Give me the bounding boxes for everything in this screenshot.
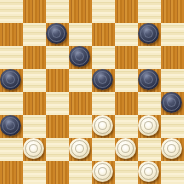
square-10[interactable]	[69, 46, 92, 69]
light-square-r2c8	[161, 23, 184, 46]
light-square-r5c1	[0, 92, 23, 115]
light-square-r8c8	[161, 161, 184, 184]
white-man[interactable]	[23, 138, 44, 159]
light-square-r1c3	[46, 0, 69, 23]
square-7[interactable]	[92, 23, 115, 46]
square-26[interactable]	[69, 138, 92, 161]
light-square-r1c7	[138, 0, 161, 23]
square-1[interactable]	[23, 0, 46, 23]
white-man[interactable]	[92, 115, 113, 136]
light-square-r8c6	[115, 161, 138, 184]
white-man[interactable]	[115, 138, 136, 159]
black-man[interactable]	[92, 69, 113, 90]
black-man[interactable]	[0, 69, 21, 90]
white-man[interactable]	[69, 138, 90, 159]
light-square-r2c6	[115, 23, 138, 46]
light-square-r6c6	[115, 115, 138, 138]
light-square-r4c2	[23, 69, 46, 92]
square-17[interactable]	[23, 92, 46, 115]
black-man[interactable]	[46, 23, 67, 44]
square-22[interactable]	[46, 115, 69, 138]
square-20[interactable]	[161, 92, 184, 115]
square-24[interactable]	[138, 115, 161, 138]
square-27[interactable]	[115, 138, 138, 161]
light-square-r2c2	[23, 23, 46, 46]
square-14[interactable]	[46, 69, 69, 92]
black-man[interactable]	[0, 115, 21, 136]
light-square-r3c1	[0, 46, 23, 69]
light-square-r3c7	[138, 46, 161, 69]
light-square-r7c5	[92, 138, 115, 161]
square-3[interactable]	[115, 0, 138, 23]
light-square-r3c5	[92, 46, 115, 69]
square-13[interactable]	[0, 69, 23, 92]
light-square-r4c4	[69, 69, 92, 92]
square-5[interactable]	[0, 23, 23, 46]
light-square-r8c4	[69, 161, 92, 184]
square-19[interactable]	[115, 92, 138, 115]
light-square-r3c3	[46, 46, 69, 69]
light-square-r4c6	[115, 69, 138, 92]
light-square-r5c7	[138, 92, 161, 115]
square-28[interactable]	[161, 138, 184, 161]
square-6[interactable]	[46, 23, 69, 46]
light-square-r6c2	[23, 115, 46, 138]
light-square-r4c8	[161, 69, 184, 92]
square-18[interactable]	[69, 92, 92, 115]
square-30[interactable]	[46, 161, 69, 184]
white-man[interactable]	[138, 161, 159, 182]
light-square-r7c3	[46, 138, 69, 161]
black-man[interactable]	[138, 69, 159, 90]
square-8[interactable]	[138, 23, 161, 46]
checkers-board	[0, 0, 184, 184]
square-15[interactable]	[92, 69, 115, 92]
light-square-r5c5	[92, 92, 115, 115]
light-square-r1c5	[92, 0, 115, 23]
square-29[interactable]	[0, 161, 23, 184]
checkers-board-window	[0, 0, 184, 184]
square-9[interactable]	[23, 46, 46, 69]
square-31[interactable]	[92, 161, 115, 184]
square-32[interactable]	[138, 161, 161, 184]
white-man[interactable]	[138, 115, 159, 136]
light-square-r6c4	[69, 115, 92, 138]
square-25[interactable]	[23, 138, 46, 161]
square-4[interactable]	[161, 0, 184, 23]
black-man[interactable]	[161, 92, 182, 113]
white-man[interactable]	[92, 161, 113, 182]
white-man[interactable]	[161, 138, 182, 159]
square-16[interactable]	[138, 69, 161, 92]
light-square-r7c7	[138, 138, 161, 161]
light-square-r6c8	[161, 115, 184, 138]
light-square-r2c4	[69, 23, 92, 46]
black-man[interactable]	[138, 23, 159, 44]
light-square-r7c1	[0, 138, 23, 161]
light-square-r5c3	[46, 92, 69, 115]
square-11[interactable]	[115, 46, 138, 69]
square-21[interactable]	[0, 115, 23, 138]
black-man[interactable]	[69, 46, 90, 67]
square-2[interactable]	[69, 0, 92, 23]
square-23[interactable]	[92, 115, 115, 138]
square-12[interactable]	[161, 46, 184, 69]
light-square-r8c2	[23, 161, 46, 184]
light-square-r1c1	[0, 0, 23, 23]
